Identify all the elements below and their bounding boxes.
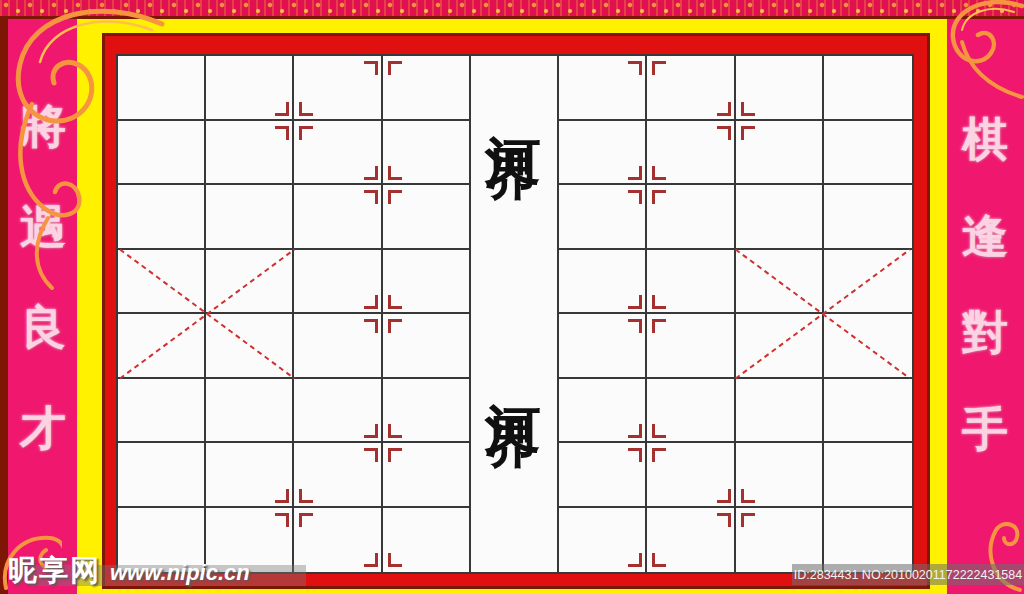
river-label-bottom: 河界 [486,358,542,386]
board-cell[interactable] [118,185,206,250]
board-cell[interactable] [736,379,824,444]
right-couplet: 棋 逢 對 手 [954,116,1016,452]
board-cell[interactable] [824,56,912,121]
board-cell[interactable] [294,250,382,315]
board-cell[interactable] [824,379,912,444]
board-cell[interactable] [736,56,824,121]
board-cell[interactable] [736,443,824,508]
board-cell[interactable] [383,379,471,444]
board-cell[interactable] [559,185,647,250]
board-cell[interactable] [559,314,647,379]
board-cell[interactable] [824,508,912,573]
board-cell[interactable] [118,56,206,121]
board-cell[interactable] [736,185,824,250]
board-cell[interactable] [559,121,647,186]
board-cell[interactable] [824,185,912,250]
board-cell[interactable] [383,443,471,508]
board-cell[interactable] [294,443,382,508]
board-cell[interactable] [206,314,294,379]
board-cell[interactable] [824,121,912,186]
board-cell[interactable] [383,121,471,186]
board-cell[interactable] [647,314,735,379]
board-cell[interactable] [206,185,294,250]
couplet-char: 良 [20,304,66,350]
board-cell[interactable] [647,443,735,508]
board-cell[interactable] [647,250,735,315]
board-cell[interactable] [294,314,382,379]
board-cell[interactable] [294,379,382,444]
couplet-char: 才 [20,405,66,451]
board-grid: 河界 河界 [118,56,912,572]
couplet-char: 棋 [962,116,1008,162]
river: 河界 河界 [471,56,559,572]
xiangqi-board-poster: 河界 河界 將 遇 良 才 棋 逢 對 手 [0,0,1024,594]
xiangqi-board[interactable]: 河界 河界 [116,54,914,574]
board-cell[interactable] [559,250,647,315]
board-cell[interactable] [383,508,471,573]
board-cell[interactable] [383,56,471,121]
left-edge-stripe [0,0,8,594]
board-cell[interactable] [559,56,647,121]
board-cell[interactable] [206,56,294,121]
left-couplet: 將 遇 良 才 [12,103,74,451]
top-lace-border [0,0,1024,19]
watermark-site-name: 昵享网 [8,556,101,585]
board-cell[interactable] [736,250,824,315]
board-cell[interactable] [647,185,735,250]
board-cell[interactable] [736,508,824,573]
board-cell[interactable] [647,121,735,186]
board-cell[interactable] [824,443,912,508]
board-cell[interactable] [206,250,294,315]
board-cell[interactable] [383,314,471,379]
river-label-top: 河界 [486,90,542,118]
board-cell[interactable] [206,443,294,508]
board-cell[interactable] [559,379,647,444]
board-cell[interactable] [294,121,382,186]
board-cell[interactable] [559,508,647,573]
board-cell[interactable] [824,250,912,315]
couplet-char: 手 [962,406,1008,452]
board-cell[interactable] [118,443,206,508]
board-cell[interactable] [206,121,294,186]
board-cell[interactable] [383,250,471,315]
board-cell[interactable] [206,379,294,444]
couplet-char: 將 [20,103,66,149]
board-cell[interactable] [294,185,382,250]
board-cell[interactable] [118,314,206,379]
board-cell[interactable] [383,185,471,250]
couplet-char: 對 [962,309,1008,355]
couplet-char: 遇 [20,204,66,250]
board-cell[interactable] [736,314,824,379]
board-cell[interactable] [824,314,912,379]
board-cell[interactable] [647,508,735,573]
watermark-site-url: www.nipic.cn [110,561,250,585]
image-id-bar: ID:2834431 NO:20100201172222431584 [792,564,1024,585]
watermark: 昵享网 www.nipic.cn [8,556,250,585]
board-cell[interactable] [294,508,382,573]
image-id-text: ID:2834431 NO:20100201172222431584 [794,568,1022,582]
board-cell[interactable] [736,121,824,186]
board-cell[interactable] [118,379,206,444]
board-cell[interactable] [118,121,206,186]
board-cell[interactable] [559,443,647,508]
couplet-char: 逢 [962,213,1008,259]
board-cell[interactable] [647,379,735,444]
board-cell[interactable] [118,250,206,315]
board-cell[interactable] [647,56,735,121]
board-cell[interactable] [294,56,382,121]
